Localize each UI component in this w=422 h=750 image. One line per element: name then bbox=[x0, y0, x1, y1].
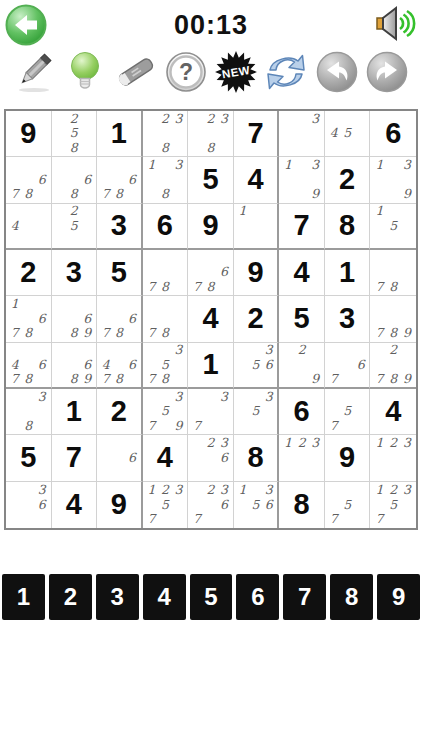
pencil-mark: 9 bbox=[81, 372, 95, 386]
pencil-mark: 6 bbox=[35, 173, 49, 187]
pencil-mark: 8 bbox=[22, 326, 36, 340]
cell-r8c4[interactable]: 4 bbox=[143, 435, 189, 481]
pencil-mark: 8 bbox=[204, 280, 218, 294]
cell-r9c2[interactable]: 4 bbox=[52, 482, 98, 528]
cell-r5c3[interactable]: 678 bbox=[97, 296, 143, 342]
cell-r4c1[interactable]: 2 bbox=[6, 250, 52, 296]
pencil-mark: 2 bbox=[204, 436, 218, 450]
pencil-mark: 2 bbox=[67, 205, 81, 219]
numpad-key-2[interactable]: 2 bbox=[49, 574, 92, 620]
pencil-mark: 2 bbox=[158, 112, 172, 126]
pencil-mark: 6 bbox=[35, 312, 49, 326]
cell-r7c5[interactable]: 37 bbox=[188, 389, 234, 435]
pencil-mark: 3 bbox=[172, 390, 186, 404]
pencil-mark: 5 bbox=[386, 219, 400, 233]
cell-r2c5[interactable]: 5 bbox=[188, 157, 234, 203]
question-mark-icon: ? bbox=[165, 51, 207, 96]
cell-r3c4[interactable]: 6 bbox=[143, 204, 189, 250]
pencil-mark: 1 bbox=[145, 483, 159, 498]
cell-r1c3[interactable]: 1 bbox=[97, 111, 143, 157]
pencil-mark: 3 bbox=[400, 158, 414, 172]
cell-r5c8[interactable]: 3 bbox=[325, 296, 371, 342]
pencil-mark: 6 bbox=[81, 358, 95, 372]
back-arrow-icon bbox=[5, 34, 47, 49]
cell-r8c5[interactable]: 236 bbox=[188, 435, 234, 481]
pencil-mark: 6 bbox=[125, 358, 138, 372]
pencil-mark: 7 bbox=[372, 512, 386, 527]
pencil-mark: 2 bbox=[386, 436, 400, 450]
pencil-mark: 7 bbox=[8, 326, 22, 340]
pencil-mark: 1 bbox=[8, 297, 22, 311]
pencil-mark: 9 bbox=[308, 187, 322, 201]
cell-r5c4[interactable]: 78 bbox=[143, 296, 189, 342]
lightbulb-icon bbox=[65, 51, 105, 96]
pencil-mark: 8 bbox=[112, 187, 125, 201]
cell-r5c5[interactable]: 4 bbox=[188, 296, 234, 342]
cell-r8c1[interactable]: 5 bbox=[6, 435, 52, 481]
pencil-mark: 6 bbox=[125, 312, 138, 326]
numpad-key-3[interactable]: 3 bbox=[96, 574, 139, 620]
cell-r3c6[interactable]: 1 bbox=[234, 204, 280, 250]
cell-r3c8[interactable]: 8 bbox=[325, 204, 371, 250]
numpad-key-6[interactable]: 6 bbox=[236, 574, 279, 620]
cell-r8c7[interactable]: 123 bbox=[279, 435, 325, 481]
cell-value: 9 bbox=[247, 258, 263, 287]
pencil-mark: 8 bbox=[67, 326, 81, 340]
toolbar: ? NEW bbox=[0, 50, 422, 96]
cell-r9c6[interactable]: 1356 bbox=[234, 482, 280, 528]
pencil-mark: 3 bbox=[400, 436, 414, 450]
cell-value: 6 bbox=[294, 397, 310, 426]
pencil-icon bbox=[14, 51, 56, 96]
pencil-mark: 3 bbox=[217, 436, 231, 450]
pencil-mark: 2 bbox=[204, 112, 218, 126]
cell-r6c3[interactable]: 4678 bbox=[97, 343, 143, 389]
pencil-mark: 9 bbox=[400, 326, 414, 340]
eraser-icon bbox=[114, 51, 158, 96]
cell-r7c9[interactable]: 4 bbox=[370, 389, 416, 435]
sudoku-app-screen: 00:13 bbox=[0, 0, 422, 750]
cell-value: 9 bbox=[111, 490, 127, 519]
pencil-mark: 1 bbox=[236, 483, 249, 498]
pencil-mark: 8 bbox=[112, 326, 125, 340]
cell-value: 6 bbox=[157, 211, 173, 240]
cell-r1c8[interactable]: 45 bbox=[325, 111, 371, 157]
pencil-mark: 7 bbox=[8, 187, 22, 201]
cell-r5c7[interactable]: 5 bbox=[279, 296, 325, 342]
cell-r6c6[interactable]: 356 bbox=[234, 343, 280, 389]
pencil-mark: 7 bbox=[145, 326, 159, 340]
pencil-mark: 7 bbox=[99, 326, 112, 340]
pencil-mark: 5 bbox=[67, 219, 81, 233]
pencil-mark: 7 bbox=[372, 280, 386, 294]
pencil-mark: 3 bbox=[172, 344, 186, 358]
cell-value: 2 bbox=[20, 258, 36, 287]
refresh-button[interactable] bbox=[264, 51, 308, 95]
pencil-mark: 7 bbox=[190, 419, 204, 433]
pencil-mark: 5 bbox=[386, 497, 400, 512]
cell-value: 3 bbox=[66, 258, 82, 287]
pencil-mark: 9 bbox=[81, 326, 95, 340]
pencil-mark: 1 bbox=[372, 483, 386, 498]
cell-r9c4[interactable]: 12357 bbox=[143, 482, 189, 528]
cell-r3c7[interactable]: 7 bbox=[279, 204, 325, 250]
pencil-mark: 6 bbox=[35, 497, 49, 512]
numpad-key-7[interactable]: 7 bbox=[283, 574, 326, 620]
pencil-mark: 5 bbox=[158, 358, 172, 372]
pencil-mark: 3 bbox=[400, 483, 414, 498]
cell-value: 7 bbox=[294, 211, 310, 240]
undo-icon bbox=[316, 51, 358, 96]
pencil-mark: 7 bbox=[327, 372, 341, 386]
cell-r2c6[interactable]: 4 bbox=[234, 157, 280, 203]
new-badge-icon: NEW bbox=[214, 50, 258, 97]
pencil-mark: 7 bbox=[145, 512, 159, 527]
pencil-mark: 3 bbox=[308, 112, 322, 126]
pencil-mark: 8 bbox=[158, 187, 172, 201]
cell-value: 2 bbox=[339, 165, 355, 194]
pencil-mark: 1 bbox=[372, 205, 386, 219]
cell-value: 2 bbox=[111, 397, 127, 426]
svg-text:?: ? bbox=[179, 59, 193, 85]
cell-r9c7[interactable]: 8 bbox=[279, 482, 325, 528]
cell-r2c3[interactable]: 678 bbox=[97, 157, 143, 203]
pencil-mark: 8 bbox=[204, 141, 218, 155]
cell-r1c1[interactable]: 9 bbox=[6, 111, 52, 157]
cell-value: 5 bbox=[202, 165, 218, 194]
pencil-mark: 2 bbox=[204, 483, 218, 498]
cell-r2c7[interactable]: 139 bbox=[279, 157, 325, 203]
cell-r7c4[interactable]: 3579 bbox=[143, 389, 189, 435]
pencil-mark: 7 bbox=[99, 187, 112, 201]
cell-value: 4 bbox=[385, 397, 401, 426]
pencil-mark: 1 bbox=[145, 158, 159, 172]
cell-value: 7 bbox=[247, 119, 263, 148]
cell-r3c2[interactable]: 25 bbox=[52, 204, 98, 250]
cell-r3c3[interactable]: 3 bbox=[97, 204, 143, 250]
cell-r6c9[interactable]: 2789 bbox=[370, 343, 416, 389]
cell-value: 9 bbox=[20, 119, 36, 148]
pencil-mark: 4 bbox=[8, 219, 22, 233]
cell-value: 1 bbox=[111, 119, 127, 148]
cell-r5c9[interactable]: 789 bbox=[370, 296, 416, 342]
cell-r5c6[interactable]: 2 bbox=[234, 296, 280, 342]
pencil-mark: 1 bbox=[372, 436, 386, 450]
pencil-mark: 5 bbox=[249, 497, 262, 512]
cell-value: 1 bbox=[66, 397, 82, 426]
pencil-mark: 6 bbox=[35, 358, 49, 372]
cell-r8c8[interactable]: 9 bbox=[325, 435, 371, 481]
pencil-mark: 6 bbox=[262, 497, 275, 512]
hint-button[interactable] bbox=[63, 51, 107, 95]
pencil-mark: 2 bbox=[386, 344, 400, 358]
redo-button[interactable] bbox=[365, 51, 409, 95]
redo-icon bbox=[366, 51, 408, 96]
cell-value: 2 bbox=[247, 304, 263, 333]
pencil-mark: 5 bbox=[67, 126, 81, 140]
cell-value: 8 bbox=[339, 211, 355, 240]
cell-r4c4[interactable]: 78 bbox=[143, 250, 189, 296]
cell-r6c5[interactable]: 1 bbox=[188, 343, 234, 389]
pencil-mark: 6 bbox=[125, 451, 138, 465]
pencil-mark: 6 bbox=[217, 497, 231, 512]
numpad-key-1[interactable]: 1 bbox=[2, 574, 45, 620]
pencil-mark: 3 bbox=[262, 483, 275, 498]
numpad-key-9[interactable]: 9 bbox=[377, 574, 420, 620]
cell-value: 8 bbox=[294, 490, 310, 519]
cell-r4c2[interactable]: 3 bbox=[52, 250, 98, 296]
pencil-mark: 3 bbox=[35, 390, 49, 404]
cell-r8c3[interactable]: 6 bbox=[97, 435, 143, 481]
top-bar: 00:13 bbox=[0, 0, 422, 48]
pencil-mark: 8 bbox=[386, 326, 400, 340]
pencil-mark: 7 bbox=[145, 372, 159, 386]
pencil-mark: 9 bbox=[400, 372, 414, 386]
help-button[interactable]: ? bbox=[164, 51, 208, 95]
pencil-mark: 5 bbox=[158, 497, 172, 512]
pencil-mark: 5 bbox=[340, 404, 354, 418]
pencil-mark: 5 bbox=[158, 404, 172, 418]
cell-value: 5 bbox=[111, 258, 127, 287]
pencil-mark: 9 bbox=[400, 187, 414, 201]
cell-r2c1[interactable]: 678 bbox=[6, 157, 52, 203]
cell-r2c2[interactable]: 68 bbox=[52, 157, 98, 203]
cell-r1c6[interactable]: 7 bbox=[234, 111, 280, 157]
pencil-mark: 8 bbox=[158, 326, 172, 340]
numpad-key-5[interactable]: 5 bbox=[190, 574, 233, 620]
cell-value: 3 bbox=[339, 304, 355, 333]
cell-r3c9[interactable]: 15 bbox=[370, 204, 416, 250]
pencil-mark: 7 bbox=[190, 280, 204, 294]
cell-value: 5 bbox=[294, 304, 310, 333]
pencil-mark: 2 bbox=[386, 483, 400, 498]
cell-r5c2[interactable]: 689 bbox=[52, 296, 98, 342]
new-game-button[interactable]: NEW bbox=[214, 51, 258, 95]
cell-r9c9[interactable]: 12357 bbox=[370, 482, 416, 528]
pencil-mark: 8 bbox=[386, 372, 400, 386]
cell-r4c5[interactable]: 678 bbox=[188, 250, 234, 296]
pencil-mark: 2 bbox=[295, 344, 309, 358]
cell-value: 1 bbox=[202, 350, 218, 379]
cell-r1c9[interactable]: 6 bbox=[370, 111, 416, 157]
pencil-mark: 3 bbox=[217, 390, 231, 404]
pencil-mark: 8 bbox=[67, 141, 81, 155]
cell-r8c6[interactable]: 8 bbox=[234, 435, 280, 481]
cell-r1c5[interactable]: 238 bbox=[188, 111, 234, 157]
cell-r6c7[interactable]: 29 bbox=[279, 343, 325, 389]
back-button[interactable] bbox=[5, 4, 47, 46]
pencil-mark: 5 bbox=[340, 497, 354, 512]
cell-value: 4 bbox=[202, 304, 218, 333]
cell-value: 9 bbox=[202, 211, 218, 240]
cell-r7c1[interactable]: 38 bbox=[6, 389, 52, 435]
pencil-mark: 4 bbox=[327, 126, 341, 140]
cell-r6c8[interactable]: 67 bbox=[325, 343, 371, 389]
pencil-mark: 3 bbox=[35, 483, 49, 498]
pencil-mark: 8 bbox=[158, 372, 172, 386]
cell-r1c7[interactable]: 3 bbox=[279, 111, 325, 157]
cell-r7c6[interactable]: 35 bbox=[234, 389, 280, 435]
pencil-mark: 5 bbox=[340, 126, 354, 140]
sudoku-board: 9258123823873456678686781385413921394253… bbox=[4, 109, 418, 530]
cell-r4c7[interactable]: 4 bbox=[279, 250, 325, 296]
pencil-mark: 6 bbox=[262, 358, 275, 372]
pencil-mark: 6 bbox=[217, 265, 231, 279]
pencil-mark: 7 bbox=[327, 419, 341, 433]
pencil-mark: 6 bbox=[217, 451, 231, 465]
pencil-mark: 3 bbox=[172, 158, 186, 172]
pencil-mark: 3 bbox=[217, 483, 231, 498]
pencil-mark: 7 bbox=[99, 372, 112, 386]
cell-value: 6 bbox=[385, 119, 401, 148]
pencil-mark: 7 bbox=[372, 326, 386, 340]
pencil-mark: 3 bbox=[262, 390, 275, 404]
number-pad: 123456789 bbox=[2, 574, 420, 620]
pencil-mark: 3 bbox=[308, 436, 322, 450]
cell-value: 9 bbox=[339, 443, 355, 472]
cell-value: 4 bbox=[247, 165, 263, 194]
pencil-mark: 8 bbox=[386, 280, 400, 294]
pencil-mark: 8 bbox=[22, 187, 36, 201]
pencil-mark: 8 bbox=[22, 419, 36, 433]
cell-r6c2[interactable]: 689 bbox=[52, 343, 98, 389]
cell-r2c8[interactable]: 2 bbox=[325, 157, 371, 203]
numpad-key-4[interactable]: 4 bbox=[143, 574, 186, 620]
pencil-mark: 9 bbox=[308, 372, 322, 386]
pencil-mark: 3 bbox=[217, 112, 231, 126]
cell-r4c6[interactable]: 9 bbox=[234, 250, 280, 296]
cell-r9c5[interactable]: 2367 bbox=[188, 482, 234, 528]
refresh-icon bbox=[263, 51, 309, 96]
cell-r7c2[interactable]: 1 bbox=[52, 389, 98, 435]
pencil-mark: 4 bbox=[8, 358, 22, 372]
cell-r2c4[interactable]: 138 bbox=[143, 157, 189, 203]
cell-r9c3[interactable]: 9 bbox=[97, 482, 143, 528]
cell-value: 4 bbox=[157, 443, 173, 472]
pencil-mark: 7 bbox=[190, 512, 204, 527]
pencil-mark: 4 bbox=[99, 358, 112, 372]
cell-r9c8[interactable]: 57 bbox=[325, 482, 371, 528]
cell-r9c1[interactable]: 36 bbox=[6, 482, 52, 528]
pencil-mark: 5 bbox=[249, 358, 262, 372]
cell-value: 1 bbox=[339, 258, 355, 287]
pencil-mark: 3 bbox=[172, 483, 186, 498]
pencil-mark: 6 bbox=[81, 312, 95, 326]
cell-r8c9[interactable]: 123 bbox=[370, 435, 416, 481]
pencil-mark: 2 bbox=[158, 483, 172, 498]
pencil-mark: 8 bbox=[67, 187, 81, 201]
cell-r4c8[interactable]: 1 bbox=[325, 250, 371, 296]
pencil-mark: 1 bbox=[281, 158, 295, 172]
pencil-mark: 3 bbox=[262, 344, 275, 358]
pencil-mark: 8 bbox=[22, 372, 36, 386]
cell-r3c1[interactable]: 4 bbox=[6, 204, 52, 250]
pencil-mark: 6 bbox=[81, 173, 95, 187]
cell-value: 4 bbox=[294, 258, 310, 287]
cell-r2c9[interactable]: 139 bbox=[370, 157, 416, 203]
pencil-button[interactable] bbox=[13, 51, 57, 95]
sound-button[interactable] bbox=[370, 4, 416, 44]
pencil-mark: 5 bbox=[249, 404, 262, 418]
pencil-mark: 2 bbox=[295, 436, 309, 450]
cell-r7c3[interactable]: 2 bbox=[97, 389, 143, 435]
pencil-mark: 7 bbox=[145, 419, 159, 433]
cell-value: 3 bbox=[111, 211, 127, 240]
pencil-mark: 6 bbox=[125, 173, 138, 187]
cell-value: 5 bbox=[20, 443, 36, 472]
cell-r4c9[interactable]: 78 bbox=[370, 250, 416, 296]
numpad-key-8[interactable]: 8 bbox=[330, 574, 373, 620]
pencil-mark: 3 bbox=[308, 158, 322, 172]
cell-r7c8[interactable]: 57 bbox=[325, 389, 371, 435]
undo-button[interactable] bbox=[315, 51, 359, 95]
pencil-mark: 7 bbox=[372, 372, 386, 386]
cell-value: 4 bbox=[66, 490, 82, 519]
cell-r6c1[interactable]: 4678 bbox=[6, 343, 52, 389]
game-timer: 00:13 bbox=[174, 10, 248, 41]
pencil-mark: 8 bbox=[158, 280, 172, 294]
pencil-mark: 6 bbox=[354, 358, 368, 372]
pencil-mark: 7 bbox=[327, 512, 341, 527]
pencil-mark: 7 bbox=[145, 280, 159, 294]
pencil-mark: 8 bbox=[67, 372, 81, 386]
speaker-icon bbox=[370, 32, 416, 47]
cell-r1c4[interactable]: 238 bbox=[143, 111, 189, 157]
pencil-mark: 1 bbox=[281, 436, 295, 450]
pencil-mark: 2 bbox=[67, 112, 81, 126]
cell-r1c2[interactable]: 258 bbox=[52, 111, 98, 157]
cell-r4c3[interactable]: 5 bbox=[97, 250, 143, 296]
cell-value: 8 bbox=[247, 443, 263, 472]
cell-r5c1[interactable]: 1678 bbox=[6, 296, 52, 342]
pencil-mark: 8 bbox=[112, 372, 125, 386]
cell-r6c4[interactable]: 3578 bbox=[143, 343, 189, 389]
cell-r8c2[interactable]: 7 bbox=[52, 435, 98, 481]
pencil-mark: 9 bbox=[172, 419, 186, 433]
pencil-mark: 1 bbox=[236, 205, 249, 219]
pencil-mark: 8 bbox=[158, 141, 172, 155]
cell-r7c7[interactable]: 6 bbox=[279, 389, 325, 435]
pencil-mark: 7 bbox=[8, 372, 22, 386]
cell-r3c5[interactable]: 9 bbox=[188, 204, 234, 250]
pencil-mark: 1 bbox=[372, 158, 386, 172]
cell-value: 7 bbox=[66, 443, 82, 472]
eraser-button[interactable] bbox=[114, 51, 158, 95]
pencil-mark: 3 bbox=[172, 112, 186, 126]
